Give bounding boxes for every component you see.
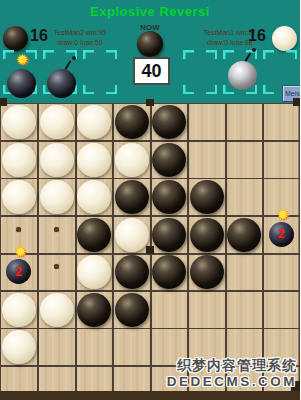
board-cell-b4[interactable] bbox=[38, 216, 76, 254]
black-disc bbox=[190, 255, 224, 289]
scorch-mark bbox=[54, 227, 59, 232]
board-cell-f2[interactable] bbox=[188, 141, 226, 179]
left-player-record2: draw:0 lose:50 bbox=[48, 38, 112, 48]
board-cell-h1[interactable] bbox=[263, 103, 301, 141]
black-disc bbox=[152, 218, 186, 252]
white-disc bbox=[77, 255, 111, 289]
white-disc bbox=[40, 105, 74, 139]
menu-button-label: Menu bbox=[285, 90, 300, 97]
left-player-black-disc-icon bbox=[3, 26, 28, 51]
board-cell-e6[interactable] bbox=[150, 291, 188, 329]
black-disc bbox=[152, 255, 186, 289]
white-disc bbox=[77, 105, 111, 139]
black-disc bbox=[190, 218, 224, 252]
scorch-mark bbox=[54, 264, 59, 269]
board-cell-h6[interactable] bbox=[263, 291, 301, 329]
board-cell-g2[interactable] bbox=[225, 141, 263, 179]
board-cell-g3[interactable] bbox=[225, 178, 263, 216]
bomb-countdown-digit: 2 bbox=[15, 265, 22, 279]
board-cell-b7[interactable] bbox=[38, 328, 76, 366]
board-bottom-edge bbox=[0, 391, 300, 400]
move-counter-box: 40 bbox=[133, 57, 170, 85]
white-disc bbox=[40, 180, 74, 214]
board-cell-g1[interactable] bbox=[225, 103, 263, 141]
watermark-line1: 织梦内容管理系统 bbox=[177, 357, 297, 375]
board-cell-g6[interactable] bbox=[225, 291, 263, 329]
bomb-fuse-tip-icon bbox=[72, 56, 76, 60]
board-cell-b5[interactable] bbox=[38, 253, 76, 291]
white-disc bbox=[40, 293, 74, 327]
board-marker-top-center bbox=[146, 99, 154, 106]
left-tray-bomb[interactable] bbox=[47, 69, 76, 98]
page-title: Explosive Reversi bbox=[0, 4, 300, 19]
black-disc bbox=[77, 293, 111, 327]
black-disc bbox=[77, 218, 111, 252]
left-player-name-record: TestMan2 win:95 bbox=[48, 28, 112, 38]
board-marker-center bbox=[146, 246, 154, 254]
white-disc bbox=[40, 143, 74, 177]
bomb-countdown-digit: 2 bbox=[278, 227, 285, 241]
watermark-line2: DEDECMS.COM bbox=[167, 374, 297, 389]
board-cell-f1[interactable] bbox=[188, 103, 226, 141]
black-disc bbox=[115, 293, 149, 327]
board-cell-h5[interactable] bbox=[263, 253, 301, 291]
black-disc bbox=[152, 143, 186, 177]
right-player-white-disc-icon bbox=[272, 26, 297, 51]
now-turn-disc-black bbox=[137, 31, 163, 57]
board-cell-d7[interactable] bbox=[113, 328, 151, 366]
black-disc bbox=[115, 180, 149, 214]
bomb-spark-icon: ✹ bbox=[14, 244, 27, 259]
white-disc bbox=[77, 143, 111, 177]
explosive-reversi-app: Explosive Reversi 16 TestMan2 win:95 dra… bbox=[0, 0, 300, 400]
right-tray-bomb-silver[interactable] bbox=[228, 61, 257, 90]
scorch-mark bbox=[16, 227, 21, 232]
bomb-spark-icon: ✹ bbox=[16, 52, 29, 67]
bomb-fuse-tip-icon bbox=[252, 48, 256, 52]
board-cell-g5[interactable] bbox=[225, 253, 263, 291]
black-disc bbox=[152, 180, 186, 214]
black-disc bbox=[227, 218, 261, 252]
white-disc bbox=[2, 143, 36, 177]
board-cell-h2[interactable] bbox=[263, 141, 301, 179]
black-disc bbox=[190, 180, 224, 214]
board-bomb-countdown: ✹2 bbox=[269, 222, 294, 247]
left-tray-bomb-lit[interactable]: ✹ bbox=[7, 69, 36, 98]
left-player-info: TestMan2 win:95 draw:0 lose:50 bbox=[48, 28, 112, 48]
black-disc bbox=[115, 105, 149, 139]
left-bomb-slot-3 bbox=[83, 50, 117, 94]
white-disc bbox=[77, 180, 111, 214]
board-marker-top-left bbox=[0, 98, 7, 106]
white-disc bbox=[2, 330, 36, 364]
black-disc bbox=[152, 105, 186, 139]
white-disc bbox=[2, 105, 36, 139]
board-cell-c7[interactable] bbox=[75, 328, 113, 366]
move-counter-value: 40 bbox=[141, 61, 161, 82]
board-cell-f6[interactable] bbox=[188, 291, 226, 329]
board-marker-top-right bbox=[293, 98, 300, 106]
black-disc bbox=[115, 255, 149, 289]
left-player-disc-count: 16 bbox=[30, 27, 48, 45]
right-player-disc-count: 16 bbox=[248, 27, 266, 45]
white-disc bbox=[115, 143, 149, 177]
white-disc bbox=[115, 218, 149, 252]
right-bomb-slot-1 bbox=[183, 50, 217, 94]
bomb-spark-icon: ✹ bbox=[277, 207, 290, 222]
white-disc bbox=[2, 180, 36, 214]
white-disc bbox=[2, 293, 36, 327]
